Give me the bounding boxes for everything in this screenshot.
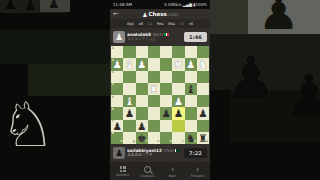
square-g5[interactable]: ♝	[123, 95, 135, 107]
rank-coordinate: 5	[112, 96, 114, 99]
avatar-top-glyph: ♟	[115, 32, 123, 42]
app-header: ← ♟ Chess .com	[110, 9, 210, 19]
logo-suffix: .com	[167, 12, 178, 17]
background-left-panel: ♟ ♟ ♟ ♘	[0, 0, 110, 180]
file-coordinate: e	[157, 140, 159, 143]
rank-coordinate: 6	[112, 108, 114, 111]
white-knight-piece: ♞	[197, 58, 209, 70]
status-time: 11:08 AM	[113, 2, 132, 7]
white-rook-piece: ♜	[148, 83, 160, 95]
background-square	[210, 0, 248, 34]
nav-options-label: Options	[116, 173, 129, 177]
square-f5[interactable]	[136, 95, 148, 107]
options-grid-icon	[120, 166, 126, 172]
black-pawn-piece: ♟	[123, 107, 135, 119]
square-d5[interactable]	[160, 95, 172, 107]
move-token[interactable]: c6	[189, 22, 193, 26]
nav-forward-label: Forward	[191, 174, 205, 178]
square-a1[interactable]	[197, 46, 209, 58]
square-c7[interactable]	[172, 120, 184, 132]
player-bottom-rating: (753)	[163, 148, 173, 153]
white-pawn-piece: ♟	[111, 58, 123, 70]
square-d1[interactable]	[160, 46, 172, 58]
square-c4[interactable]	[172, 83, 184, 95]
square-c6[interactable]: ♟	[172, 107, 184, 119]
square-c2[interactable]: ♚	[172, 58, 184, 70]
square-f7[interactable]: ♟	[136, 120, 148, 132]
nav-forward-button[interactable]: › Forward	[185, 166, 210, 178]
square-g1[interactable]	[123, 46, 135, 58]
square-f8[interactable]: f♚	[136, 132, 148, 144]
rank-coordinate: 3	[112, 71, 114, 74]
nav-options-button[interactable]: Options	[110, 166, 135, 177]
square-a6[interactable]: ♟	[197, 107, 209, 119]
move-token[interactable]: 25	[180, 22, 185, 26]
nav-back-label: Back	[168, 174, 176, 178]
chevron-right-icon: ›	[196, 166, 199, 173]
white-pawn-piece: ♟	[185, 58, 197, 70]
phone-screen: 11:08 AM 4.00Kb/s ▂▄▆ ▮100% ← ♟ Chess .c…	[110, 0, 210, 180]
magnifier-icon	[144, 166, 151, 173]
white-bishop-piece: ♝	[123, 95, 135, 107]
background-square	[0, 30, 110, 64]
file-coordinate: d	[169, 140, 171, 143]
square-e7[interactable]	[148, 120, 160, 132]
square-e6[interactable]	[148, 107, 160, 119]
square-f4[interactable]	[136, 83, 148, 95]
chesscom-logo: ♟ Chess .com	[142, 11, 178, 18]
background-pawn-icon: ♟	[282, 66, 320, 126]
black-pawn-piece: ♟	[172, 107, 184, 119]
player-bottom-info: sailabkiyani12 (753) ♙♙♙♙♘♖♕	[127, 148, 180, 158]
player-top-info: anatolak8 (947) ♟♟♞♝♜♛ +1	[127, 32, 169, 42]
move-token[interactable]: 24	[148, 22, 153, 26]
square-c5[interactable]: ♟	[172, 95, 184, 107]
chevron-left-icon: ‹	[171, 166, 174, 173]
square-e1[interactable]	[148, 46, 160, 58]
move-token[interactable]: Bg5	[127, 22, 134, 26]
background-knight-icon: ♘	[0, 94, 56, 156]
black-knight-piece: ♞	[185, 132, 197, 144]
square-f6[interactable]	[136, 107, 148, 119]
black-pawn-piece: ♟	[160, 107, 172, 119]
square-b4[interactable]: ♝	[185, 83, 197, 95]
square-c8[interactable]: c	[172, 132, 184, 144]
square-b2[interactable]: ♟	[185, 58, 197, 70]
square-b6[interactable]	[185, 107, 197, 119]
square-h1[interactable]: 1	[111, 46, 123, 58]
square-h8[interactable]: 8h	[111, 132, 123, 144]
square-b7[interactable]	[185, 120, 197, 132]
square-a8[interactable]: a♜	[197, 132, 209, 144]
square-e5[interactable]	[148, 95, 160, 107]
black-pawn-piece: ♟	[111, 120, 123, 132]
rank-coordinate: 1	[112, 47, 114, 50]
square-a7[interactable]	[197, 120, 209, 132]
square-h2[interactable]: 2♟	[111, 58, 123, 70]
square-h7[interactable]: 7♟	[111, 120, 123, 132]
square-d3[interactable]	[160, 71, 172, 83]
rank-coordinate: 8	[112, 132, 114, 135]
square-b8[interactable]: b♞	[185, 132, 197, 144]
square-e3[interactable]	[148, 71, 160, 83]
white-bishop-piece: ♝	[123, 58, 135, 70]
black-pawn-piece: ♟	[136, 120, 148, 132]
square-g7[interactable]	[123, 120, 135, 132]
square-b3[interactable]	[185, 71, 197, 83]
move-token[interactable]: a6	[139, 22, 144, 26]
move-token[interactable]: Re4	[157, 22, 164, 26]
avatar-bottom[interactable]: ♟	[113, 147, 125, 159]
square-g3[interactable]	[123, 71, 135, 83]
bottom-nav-bar: Options Analysis ‹ Back › Forward	[110, 162, 210, 180]
avatar-bottom-glyph: ♟	[115, 148, 123, 158]
square-d7[interactable]	[160, 120, 172, 132]
background-pawn-icon: ♟	[4, 0, 17, 11]
square-c1[interactable]	[172, 46, 184, 58]
square-f3[interactable]	[136, 71, 148, 83]
player-top-flag-italy	[164, 33, 169, 37]
chess-board: 12♟♝♟♚♟♞34♜♝5♝♟6♟♟♟♟7♟♟8hgf♚edcb♞a♜	[111, 46, 209, 144]
square-h5[interactable]: 5	[111, 95, 123, 107]
background-pawn-icon: ♟	[224, 48, 278, 108]
black-bishop-piece: ♝	[185, 83, 197, 95]
player-row-bottom: ♟ sailabkiyani12 (753) ♙♙♙♙♘♖♕ 7:22	[110, 144, 210, 162]
white-pawn-piece: ♟	[172, 95, 184, 107]
background-pawn-icon: ♟	[258, 0, 299, 36]
black-rook-piece: ♜	[197, 132, 209, 144]
nav-analysis-label: Analysis	[141, 174, 155, 178]
logo-pawn-icon: ♟	[142, 11, 147, 18]
square-h3[interactable]: 3	[111, 71, 123, 83]
status-right-icons: 4.00Kb/s ▂▄▆ ▮100%	[164, 2, 207, 7]
square-a3[interactable]	[197, 71, 209, 83]
back-arrow-icon[interactable]: ←	[113, 9, 119, 19]
black-king-piece: ♚	[136, 132, 148, 144]
move-token[interactable]: Bb4	[168, 22, 175, 26]
capture-score-top: +1	[150, 38, 155, 42]
square-c3[interactable]	[172, 71, 184, 83]
square-d8[interactable]: d	[160, 132, 172, 144]
background-pawn-icon: ♟	[48, 0, 60, 10]
nav-analysis-button[interactable]: Analysis	[135, 166, 160, 178]
white-king-piece: ♚	[172, 58, 184, 70]
square-f1[interactable]	[136, 46, 148, 58]
square-a4[interactable]	[197, 83, 209, 95]
square-a2[interactable]: ♞	[197, 58, 209, 70]
player-bottom-flag-pakistan	[175, 149, 180, 153]
file-coordinate: h	[120, 140, 122, 143]
clock-bottom: 7:22	[184, 148, 207, 158]
square-g4[interactable]	[123, 83, 135, 95]
background-right-panel: ♟ ♟ ♟	[210, 0, 320, 180]
square-h4[interactable]: 4	[111, 83, 123, 95]
nav-back-button[interactable]: ‹ Back	[160, 166, 185, 178]
white-pawn-piece: ♟	[136, 58, 148, 70]
square-g2[interactable]: ♝	[123, 58, 135, 70]
square-g6[interactable]: ♟	[123, 107, 135, 119]
square-e8[interactable]: e	[148, 132, 160, 144]
captured-pieces-top: ♟♟♞♝♜♛	[127, 37, 149, 42]
avatar-top[interactable]: ♟	[113, 31, 125, 43]
square-f2[interactable]: ♟	[136, 58, 148, 70]
captured-pieces-bottom: ♙♙♙♙♘♖♕	[127, 153, 152, 158]
clock-top-time: 1:46	[189, 34, 202, 40]
player-row-top: ♟ anatolak8 (947) ♟♟♞♝♜♛ +1 1:46	[110, 28, 210, 46]
square-b5[interactable]	[185, 95, 197, 107]
square-e2[interactable]	[148, 58, 160, 70]
move-list-strip[interactable]: Bg5a624Re4Bb425c6	[110, 19, 210, 28]
file-coordinate: g	[133, 140, 135, 143]
square-b1[interactable]	[185, 46, 197, 58]
black-pawn-piece: ♟	[197, 107, 209, 119]
status-bar: 11:08 AM 4.00Kb/s ▂▄▆ ▮100%	[110, 0, 210, 9]
clock-top: 1:46	[184, 32, 207, 42]
square-d4[interactable]	[160, 83, 172, 95]
rank-coordinate: 4	[112, 83, 114, 86]
square-d2[interactable]	[160, 58, 172, 70]
square-e4[interactable]: ♜	[148, 83, 160, 95]
square-h6[interactable]: 6	[111, 107, 123, 119]
video-frame: ♟ ♟ ♟ ♘ ♟ ♟ ♟ 11:08 AM 4.00Kb/s ▂▄▆ ▮100…	[0, 0, 320, 180]
logo-text: Chess	[149, 11, 167, 17]
player-top-rating: (947)	[153, 32, 163, 37]
square-d6[interactable]: ♟	[160, 107, 172, 119]
square-a5[interactable]	[197, 95, 209, 107]
background-pawn-icon: ♟	[24, 0, 37, 12]
square-g8[interactable]: g	[123, 132, 135, 144]
clock-bottom-time: 7:22	[189, 150, 202, 156]
